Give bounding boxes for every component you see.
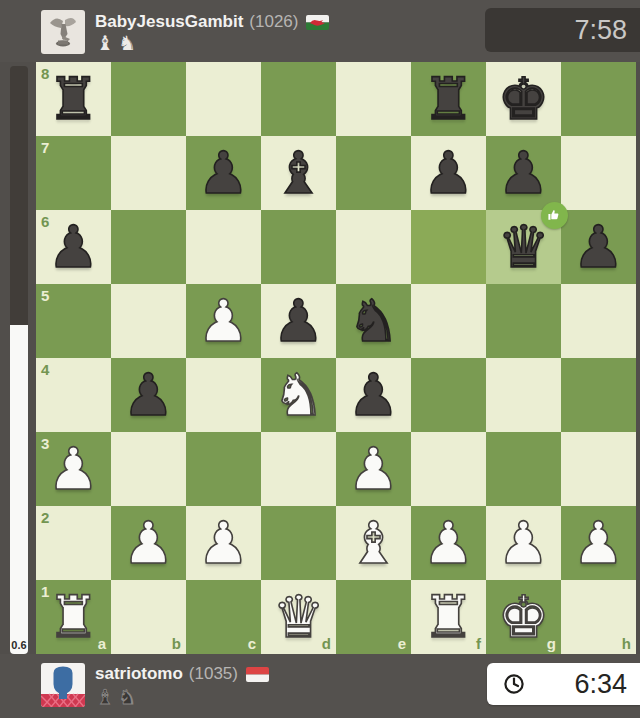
top-player-name[interactable]: BabyJesusGambit [95,12,243,32]
square-d4[interactable]: ♞ [261,358,336,432]
piece-black-pawn[interactable]: ♟ [348,358,400,432]
piece-white-pawn[interactable]: ♟ [198,284,250,358]
top-player-rating: (1026) [249,12,298,32]
square-f3[interactable] [411,432,486,506]
piece-black-pawn[interactable]: ♟ [498,136,550,210]
square-e3[interactable]: ♟ [336,432,411,506]
piece-black-bishop[interactable]: ♝ [273,136,325,210]
square-d5[interactable]: ♟ [261,284,336,358]
square-g1[interactable]: g♚ [486,580,561,654]
piece-black-king[interactable]: ♚ [498,62,550,136]
piece-white-pawn[interactable]: ♟ [123,506,175,580]
rank-label-7: 7 [41,140,49,155]
file-label-d: d [322,636,331,651]
piece-white-king[interactable]: ♚ [498,580,550,654]
square-h6[interactable]: ♟ [561,210,636,284]
square-d2[interactable] [261,506,336,580]
square-a5[interactable]: 5 [36,284,111,358]
top-player-avatar[interactable] [41,10,85,54]
square-a4[interactable]: 4 [36,358,111,432]
square-g2[interactable]: ♟ [486,506,561,580]
wales-flag-icon [306,15,329,30]
square-b3[interactable] [111,432,186,506]
square-f1[interactable]: f♜ [411,580,486,654]
square-d1[interactable]: d♛ [261,580,336,654]
piece-black-pawn[interactable]: ♟ [273,284,325,358]
file-label-h: h [622,636,631,651]
rank-label-4: 4 [41,362,49,377]
bottom-player-bar: satriotomo (1035) ♝♞ 6:34 [0,654,640,718]
square-e5[interactable]: ♞ [336,284,411,358]
file-label-e: e [398,636,406,651]
square-h1[interactable]: h [561,580,636,654]
rank-label-5: 5 [41,288,49,303]
square-h7[interactable] [561,136,636,210]
piece-white-knight[interactable]: ♞ [273,358,325,432]
piece-white-pawn[interactable]: ♟ [498,506,550,580]
square-b2[interactable]: ♟ [111,506,186,580]
captured-knight-icon: ♞ [118,687,136,707]
square-c5[interactable]: ♟ [186,284,261,358]
square-f6[interactable] [411,210,486,284]
piece-black-pawn[interactable]: ♟ [123,358,175,432]
square-h8[interactable] [561,62,636,136]
piece-black-rook[interactable]: ♜ [423,62,475,136]
square-b6[interactable] [111,210,186,284]
piece-black-pawn[interactable]: ♟ [48,210,100,284]
evaluation-bar-white-portion: 0.6 [10,325,28,654]
square-e8[interactable] [336,62,411,136]
square-e7[interactable] [336,136,411,210]
square-h5[interactable] [561,284,636,358]
rank-label-3: 3 [41,436,49,451]
top-player-clock: 7:58 [485,8,640,52]
piece-white-rook[interactable]: ♜ [48,580,100,654]
square-c7[interactable]: ♟ [186,136,261,210]
square-g8[interactable]: ♚ [486,62,561,136]
piece-black-pawn[interactable]: ♟ [198,136,250,210]
square-a7[interactable]: 7 [36,136,111,210]
piece-white-queen[interactable]: ♛ [273,580,325,654]
top-player-bar: BabyJesusGambit (1026) ♝♞ 7:58 [0,0,640,62]
rank-label-6: 6 [41,214,49,229]
bottom-clock-time: 6:34 [574,669,627,700]
piece-white-pawn[interactable]: ♟ [348,432,400,506]
bottom-player-avatar[interactable] [41,663,85,707]
person-avatar-image [41,663,85,707]
square-g3[interactable] [486,432,561,506]
square-e1[interactable]: e [336,580,411,654]
square-f2[interactable]: ♟ [411,506,486,580]
captured-knight-icon: ♞ [118,33,136,53]
square-e6[interactable] [336,210,411,284]
piece-white-pawn[interactable]: ♟ [423,506,475,580]
rank-label-2: 2 [41,510,49,525]
chess-board[interactable]: 8♜♜♚7♟♝♟♟6♟♛♟5♟♟♞4♟♞♟3♟♟2♟♟♝♟♟♟1a♜bcd♛ef… [36,62,636,654]
square-a6[interactable]: 6♟ [36,210,111,284]
square-a1[interactable]: 1a♜ [36,580,111,654]
clock-icon [503,673,525,695]
square-f8[interactable]: ♜ [411,62,486,136]
square-a8[interactable]: 8♜ [36,62,111,136]
square-c2[interactable]: ♟ [186,506,261,580]
square-f7[interactable]: ♟ [411,136,486,210]
square-e2[interactable]: ♝ [336,506,411,580]
square-b4[interactable]: ♟ [111,358,186,432]
piece-white-pawn[interactable]: ♟ [48,432,100,506]
captured-bishop-icon: ♝ [96,687,114,707]
good-move-thumbs-up-icon [541,202,568,229]
square-h3[interactable] [561,432,636,506]
indonesia-flag-icon [246,667,269,682]
evaluation-bar: 0.6 [10,66,28,654]
square-d8[interactable] [261,62,336,136]
square-a2[interactable]: 2 [36,506,111,580]
file-label-c: c [248,636,256,651]
piece-white-pawn[interactable]: ♟ [573,506,625,580]
captured-pieces-bottom: ♝♞ [96,687,136,707]
square-g6[interactable]: ♛ [486,210,561,284]
square-g4[interactable] [486,358,561,432]
square-f5[interactable] [411,284,486,358]
square-d6[interactable] [261,210,336,284]
square-c6[interactable] [186,210,261,284]
piece-black-rook[interactable]: ♜ [48,62,100,136]
file-label-a: a [98,636,106,651]
square-c3[interactable] [186,432,261,506]
square-d7[interactable]: ♝ [261,136,336,210]
file-label-b: b [172,636,181,651]
square-g5[interactable] [486,284,561,358]
piece-black-knight[interactable]: ♞ [348,284,400,358]
square-f4[interactable] [411,358,486,432]
piece-white-rook[interactable]: ♜ [423,580,475,654]
square-b5[interactable] [111,284,186,358]
captured-pieces-top: ♝♞ [96,33,136,53]
piece-white-bishop[interactable]: ♝ [348,506,400,580]
square-e4[interactable]: ♟ [336,358,411,432]
piece-white-pawn[interactable]: ♟ [198,506,250,580]
square-h4[interactable] [561,358,636,432]
rank-label-8: 8 [41,66,49,81]
bottom-player-clock: 6:34 [487,663,640,705]
rank-label-1: 1 [41,584,49,599]
square-h2[interactable]: ♟ [561,506,636,580]
square-b8[interactable] [111,62,186,136]
bottom-player-rating: (1035) [189,664,238,684]
file-label-g: g [547,636,556,651]
piece-black-pawn[interactable]: ♟ [423,136,475,210]
square-b7[interactable] [111,136,186,210]
square-a3[interactable]: 3♟ [36,432,111,506]
top-clock-time: 7:58 [574,15,627,46]
square-g7[interactable]: ♟ [486,136,561,210]
bottom-player-name[interactable]: satriotomo [95,664,183,684]
square-b1[interactable]: b [111,580,186,654]
file-label-f: f [476,636,481,651]
square-c1[interactable]: c [186,580,261,654]
square-c8[interactable] [186,62,261,136]
evaluation-score: 0.6 [10,639,28,651]
captured-bishop-icon: ♝ [96,33,114,53]
square-d3[interactable] [261,432,336,506]
piece-black-pawn[interactable]: ♟ [573,210,625,284]
square-c4[interactable] [186,358,261,432]
engraving-figure-image [41,10,85,54]
